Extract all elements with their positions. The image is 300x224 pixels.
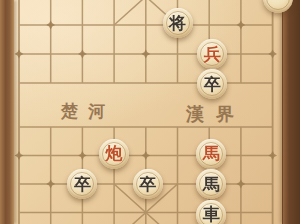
piece-glyph: 卒 [74, 176, 91, 193]
piece-glyph: 卒 [139, 176, 156, 193]
board-frame-left [0, 0, 14, 224]
piece-glyph: 炮 [106, 145, 123, 162]
piece-glyph: 馬 [203, 176, 220, 193]
piece-black-general[interactable]: 将 [163, 8, 193, 38]
piece-red-horse[interactable]: 馬 [196, 139, 226, 169]
piece-glyph: 将 [169, 15, 186, 32]
piece-glyph: 兵 [204, 46, 221, 63]
board-frame-right [282, 0, 300, 224]
piece-glyph: 馬 [203, 145, 220, 162]
river-label-han-jie: 漢界 [186, 102, 246, 126]
piece-black-soldier-g5[interactable]: 卒 [197, 69, 227, 99]
piece-glyph: 車 [203, 206, 220, 223]
piece-glyph: 卒 [204, 76, 221, 93]
xiangqi-board[interactable]: 楚河 漢界 将兵卒炮馬卒卒馬車 [0, 0, 300, 224]
piece-red-cannon[interactable]: 炮 [99, 139, 129, 169]
river-label-chu-he: 楚河 [61, 100, 115, 123]
piece-black-soldier-e8[interactable]: 卒 [133, 169, 163, 199]
piece-black-horse[interactable]: 馬 [196, 169, 226, 199]
piece-red-soldier[interactable]: 兵 [197, 39, 227, 69]
